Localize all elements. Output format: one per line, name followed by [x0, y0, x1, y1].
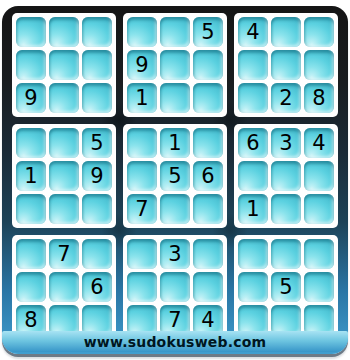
- sudoku-cell[interactable]: [238, 50, 268, 80]
- site-url-bar: www.sudokusweb.com: [2, 331, 348, 352]
- sudoku-box: 428: [234, 13, 338, 117]
- sudoku-cell[interactable]: [193, 194, 223, 224]
- sudoku-box: 768: [12, 235, 116, 339]
- sudoku-cell[interactable]: [271, 239, 301, 269]
- sudoku-cell[interactable]: 4: [238, 17, 268, 47]
- sudoku-cell[interactable]: [127, 17, 157, 47]
- sudoku-cell[interactable]: 6: [82, 272, 112, 302]
- sudoku-cell[interactable]: [82, 17, 112, 47]
- sudoku-box: 591: [123, 13, 227, 117]
- sudoku-cell[interactable]: 4: [304, 128, 334, 158]
- sudoku-cell[interactable]: [49, 128, 79, 158]
- site-url-link[interactable]: www.sudokusweb.com: [84, 334, 267, 350]
- sudoku-cell[interactable]: [49, 272, 79, 302]
- sudoku-cell[interactable]: [271, 50, 301, 80]
- sudoku-cell[interactable]: [16, 128, 46, 158]
- sudoku-cell[interactable]: [82, 239, 112, 269]
- sudoku-cell[interactable]: [127, 239, 157, 269]
- sudoku-cell[interactable]: [49, 50, 79, 80]
- sudoku-cell[interactable]: [238, 161, 268, 191]
- sudoku-cell[interactable]: [304, 239, 334, 269]
- sudoku-box: 519: [12, 124, 116, 228]
- sudoku-cell[interactable]: 1: [16, 161, 46, 191]
- sudoku-page: 9591428519156763417683745 www.sudokusweb…: [0, 0, 350, 360]
- sudoku-cell[interactable]: 6: [238, 128, 268, 158]
- sudoku-cell[interactable]: [16, 194, 46, 224]
- sudoku-cell[interactable]: [304, 194, 334, 224]
- sudoku-cell[interactable]: [193, 50, 223, 80]
- sudoku-cell[interactable]: [160, 50, 190, 80]
- sudoku-cell[interactable]: [238, 272, 268, 302]
- sudoku-cell[interactable]: 5: [193, 17, 223, 47]
- sudoku-cell[interactable]: 7: [49, 239, 79, 269]
- sudoku-cell[interactable]: [271, 194, 301, 224]
- sudoku-box: 5: [234, 235, 338, 339]
- sudoku-cell[interactable]: [82, 50, 112, 80]
- sudoku-cell[interactable]: [16, 239, 46, 269]
- sudoku-cell[interactable]: [49, 83, 79, 113]
- sudoku-cell[interactable]: [193, 239, 223, 269]
- sudoku-cell[interactable]: 1: [238, 194, 268, 224]
- sudoku-cell[interactable]: [193, 272, 223, 302]
- sudoku-cell[interactable]: [238, 239, 268, 269]
- sudoku-cell[interactable]: 2: [271, 83, 301, 113]
- sudoku-cell[interactable]: [49, 194, 79, 224]
- sudoku-box: 9: [12, 13, 116, 117]
- sudoku-cell[interactable]: [304, 161, 334, 191]
- sudoku-cell[interactable]: 9: [16, 83, 46, 113]
- sudoku-cell[interactable]: 7: [127, 194, 157, 224]
- sudoku-box: 1567: [123, 124, 227, 228]
- sudoku-cell[interactable]: [49, 161, 79, 191]
- sudoku-cell[interactable]: [193, 128, 223, 158]
- sudoku-cell[interactable]: [160, 83, 190, 113]
- sudoku-cell[interactable]: 5: [82, 128, 112, 158]
- sudoku-cell[interactable]: [127, 272, 157, 302]
- sudoku-cell[interactable]: [16, 17, 46, 47]
- sudoku-cell[interactable]: [127, 161, 157, 191]
- sudoku-box: 6341: [234, 124, 338, 228]
- board-frame: 9591428519156763417683745 www.sudokusweb…: [2, 6, 348, 354]
- sudoku-cell[interactable]: 9: [82, 161, 112, 191]
- sudoku-cell[interactable]: [127, 128, 157, 158]
- sudoku-cell[interactable]: 5: [160, 161, 190, 191]
- sudoku-cell[interactable]: [271, 161, 301, 191]
- sudoku-cell[interactable]: [160, 17, 190, 47]
- sudoku-cell[interactable]: [304, 17, 334, 47]
- sudoku-cell[interactable]: 8: [304, 83, 334, 113]
- sudoku-cell[interactable]: 3: [271, 128, 301, 158]
- sudoku-cell[interactable]: [304, 272, 334, 302]
- sudoku-cell[interactable]: [160, 272, 190, 302]
- sudoku-cell[interactable]: [49, 17, 79, 47]
- sudoku-cell[interactable]: 5: [271, 272, 301, 302]
- sudoku-box: 374: [123, 235, 227, 339]
- sudoku-cell[interactable]: 3: [160, 239, 190, 269]
- sudoku-cell[interactable]: [16, 272, 46, 302]
- sudoku-cell[interactable]: [160, 194, 190, 224]
- sudoku-cell[interactable]: 1: [160, 128, 190, 158]
- sudoku-cell[interactable]: [82, 194, 112, 224]
- sudoku-cell[interactable]: 6: [193, 161, 223, 191]
- sudoku-cell[interactable]: [238, 83, 268, 113]
- sudoku-cell[interactable]: [82, 83, 112, 113]
- sudoku-board: 9591428519156763417683745: [12, 13, 338, 339]
- sudoku-cell[interactable]: [271, 17, 301, 47]
- sudoku-cell[interactable]: [193, 83, 223, 113]
- sudoku-cell[interactable]: [304, 50, 334, 80]
- sudoku-cell[interactable]: [16, 50, 46, 80]
- sudoku-cell[interactable]: 9: [127, 50, 157, 80]
- sudoku-cell[interactable]: 1: [127, 83, 157, 113]
